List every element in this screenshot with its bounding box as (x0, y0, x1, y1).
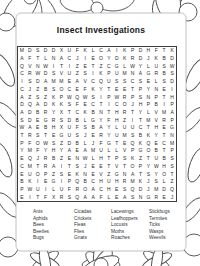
grid-cell: K (168, 47, 176, 55)
grid-cell: E (42, 178, 50, 186)
grid-cell: P (18, 139, 26, 147)
grid-cell: Q (73, 93, 81, 101)
grid-cell: L (89, 47, 97, 55)
grid-cell: R (26, 70, 34, 78)
grid-cell: E (121, 139, 129, 147)
grid-cell: H (50, 147, 58, 155)
grid-cell: H (97, 155, 105, 163)
grid-cell: S (144, 170, 152, 178)
grid-cell: Z (73, 62, 81, 70)
grid-cell: Y (152, 132, 160, 140)
grid-cell: Q (144, 139, 152, 147)
grid-cell: Z (34, 85, 42, 93)
grid-cell: R (73, 186, 81, 194)
grid-cell: O (58, 85, 66, 93)
grid-cell: S (50, 70, 58, 78)
grid-cell: W (168, 62, 176, 70)
grid-cell: D (65, 139, 73, 147)
grid-cell: M (129, 178, 137, 186)
grid-cell: K (50, 93, 58, 101)
grid-cell: W (81, 93, 89, 101)
grid-cell: A (97, 124, 105, 132)
grid-cell: E (81, 101, 89, 109)
grid-cell: X (58, 109, 66, 117)
grid-cell: W (18, 124, 26, 132)
word-list-item: Flies (74, 229, 111, 236)
grid-cell: O (121, 101, 129, 109)
grid-cell: T (58, 62, 66, 70)
grid-cell: F (73, 124, 81, 132)
grid-cell: E (73, 147, 81, 155)
grid-cell: U (152, 62, 160, 70)
grid-cell: W (81, 155, 89, 163)
grid-cell: F (97, 139, 105, 147)
grid-cell: B (160, 70, 168, 78)
grid-cell: N (129, 70, 137, 78)
grid-cell: E (18, 155, 26, 163)
grid-cell: K (73, 170, 81, 178)
grid-cell: P (42, 170, 50, 178)
grid-cell: R (42, 109, 50, 117)
grid-cell: A (34, 101, 42, 109)
grid-cell: Z (137, 155, 145, 163)
grid-cell: I (42, 186, 50, 194)
grid-cell: O (144, 147, 152, 155)
grid-cell: T (160, 147, 168, 155)
grid-cell: F (65, 186, 73, 194)
grid-cell: R (121, 109, 129, 117)
grid-cell: Q (18, 62, 26, 70)
grid-cell: R (121, 93, 129, 101)
grid-cell: Y (137, 109, 145, 117)
grid-cell: P (152, 93, 160, 101)
grid-cell: C (89, 178, 97, 186)
grid-cell: W (42, 62, 50, 70)
grid-cell: L (105, 147, 113, 155)
grid-cell: R (152, 70, 160, 78)
grid-cell: A (137, 70, 145, 78)
grid-cell: O (34, 139, 42, 147)
grid-cell: U (97, 147, 105, 155)
word-list-item: Ants (33, 209, 74, 216)
grid-cell: T (137, 170, 145, 178)
grid-cell: G (42, 116, 50, 124)
grid-cell: M (50, 78, 58, 86)
grid-cell: S (160, 62, 168, 70)
grid-cell: O (97, 55, 105, 63)
grid-cell: C (73, 109, 81, 117)
grid-cell: E (50, 132, 58, 140)
grid-cell: F (105, 116, 113, 124)
grid-cell: M (121, 132, 129, 140)
grid-cell: R (42, 155, 50, 163)
grid-cell: L (113, 124, 121, 132)
word-list-column: AntsAphidsBeesBeetlesBugs (33, 209, 74, 242)
grid-cell: Y (152, 170, 160, 178)
grid-cell: Y (97, 85, 105, 93)
grid-cell: I (113, 47, 121, 55)
grid-cell: A (65, 147, 73, 155)
grid-cell: H (137, 101, 145, 109)
grid-cell: N (81, 170, 89, 178)
grid-cell: C (65, 85, 73, 93)
grid-cell: U (105, 78, 113, 86)
grid-cell: I (129, 116, 137, 124)
grid-cell: S (121, 155, 129, 163)
grid-cell: C (18, 70, 26, 78)
grid-cell: Z (168, 178, 176, 186)
grid-cell: H (113, 116, 121, 124)
grid-cell: M (89, 147, 97, 155)
grid-cell: C (97, 47, 105, 55)
grid-cell: C (129, 78, 137, 86)
grid-cell: F (42, 193, 50, 201)
grid-cell: Y (137, 62, 145, 70)
grid-cell: D (34, 78, 42, 86)
grid-cell: O (81, 186, 89, 194)
grid-cell: G (105, 139, 113, 147)
grid-cell: U (152, 155, 160, 163)
grid-cell: Y (58, 147, 66, 155)
grid-cell: A (121, 193, 129, 201)
grid-cell: T (105, 109, 113, 117)
grid-cell: X (58, 47, 66, 55)
grid-cell: U (105, 178, 113, 186)
grid-cell: T (121, 162, 129, 170)
grid-cell: E (65, 78, 73, 86)
grid-cell: J (129, 101, 137, 109)
grid-cell: M (160, 109, 168, 117)
grid-cell: G (58, 132, 66, 140)
grid-cell: D (42, 101, 50, 109)
word-list-item: Bees (33, 222, 74, 229)
grid-cell: B (42, 124, 50, 132)
grid-cell: E (89, 170, 97, 178)
grid-cell: S (18, 116, 26, 124)
grid-cell: T (160, 47, 168, 55)
grid-cell: N (152, 85, 160, 93)
grid-cell: P (144, 101, 152, 109)
grid-cell: I (160, 101, 168, 109)
grid-cell: P (65, 178, 73, 186)
grid-cell: N (137, 193, 145, 201)
word-list-item: Lacewings (111, 209, 149, 216)
grid-cell: I (50, 62, 58, 70)
grid-cell: A (105, 47, 113, 55)
grid-cell: F (97, 193, 105, 201)
grid-cell: S (137, 93, 145, 101)
grid-cell: L (50, 186, 58, 194)
grid-cell: H (168, 93, 176, 101)
grid-cell: Q (97, 78, 105, 86)
grid-cell: N (97, 109, 105, 117)
grid-cell: R (58, 193, 66, 201)
grid-cell: C (18, 85, 26, 93)
grid-cell: S (73, 162, 81, 170)
grid-cell: H (105, 186, 113, 194)
word-list-item: Locusts (111, 222, 149, 229)
grid-cell: J (73, 55, 81, 63)
grid-cell: P (168, 116, 176, 124)
grid-cell: Q (129, 139, 137, 147)
grid-cell: Y (42, 147, 50, 155)
grid-cell: G (89, 116, 97, 124)
grid-cell: T (160, 93, 168, 101)
grid-cell: J (168, 193, 176, 201)
grid-cell: U (65, 124, 73, 132)
grid-cell: D (42, 70, 50, 78)
grid-cell: B (50, 155, 58, 163)
grid-cell: N (121, 170, 129, 178)
grid-cell: W (113, 93, 121, 101)
grid-cell: L (152, 78, 160, 86)
grid-cell: E (160, 85, 168, 93)
grid-cell: S (58, 116, 66, 124)
grid-cell: J (144, 178, 152, 186)
grid-cell: E (89, 132, 97, 140)
grid-cell: D (65, 116, 73, 124)
grid-cell: J (89, 139, 97, 147)
grid-cell: Q (129, 186, 137, 194)
grid-cell: L (81, 116, 89, 124)
word-search-grid: MDSDDXUFKLCAIKPDHFTKAFTLNACJIEOYDKRDJKBD… (17, 46, 177, 202)
page-title: Insect Investigations (16, 25, 186, 35)
grid-cell: J (144, 186, 152, 194)
grid-cell: B (42, 85, 50, 93)
word-list-column: CicadasCricketsFleasFliesGnats (74, 209, 111, 242)
grid-cell: E (144, 78, 152, 86)
grid-cell: I (89, 70, 97, 78)
grid-cell: D (26, 47, 34, 55)
grid-cell: U (26, 170, 34, 178)
grid-cell: G (144, 70, 152, 78)
grid-cell: K (137, 139, 145, 147)
grid-cell: V (58, 70, 66, 78)
grid-cell: O (34, 170, 42, 178)
grid-cell: B (81, 178, 89, 186)
grid-cell: T (105, 85, 113, 93)
grid-cell: E (18, 170, 26, 178)
grid-cell: Y (105, 132, 113, 140)
grid-cell: D (42, 47, 50, 55)
grid-cell: P (105, 70, 113, 78)
grid-cell: G (144, 193, 152, 201)
grid-cell: K (121, 47, 129, 55)
grid-cell: R (97, 132, 105, 140)
word-list-item: Fleas (74, 222, 111, 229)
grid-cell: S (129, 193, 137, 201)
grid-cell: K (26, 178, 34, 186)
grid-cell: T (168, 170, 176, 178)
grid-cell: C (137, 124, 145, 132)
grid-cell: L (113, 147, 121, 155)
grid-cell: F (152, 47, 160, 55)
grid-cell: F (26, 55, 34, 63)
word-list-item: Wasps (149, 229, 185, 236)
grid-cell: E (152, 139, 160, 147)
grid-cell: G (168, 124, 176, 132)
grid-cell: Y (105, 55, 113, 63)
grid-cell: L (144, 109, 152, 117)
grid-cell: U (65, 47, 73, 55)
grid-cell: B (152, 147, 160, 155)
grid-cell: S (34, 93, 42, 101)
grid-cell: T (129, 109, 137, 117)
grid-cell: Q (26, 155, 34, 163)
grid-cell: E (34, 124, 42, 132)
grid-cell: A (81, 147, 89, 155)
grid-cell: T (65, 109, 73, 117)
grid-cell: R (26, 132, 34, 140)
grid-cell: R (50, 116, 58, 124)
grid-cell: K (81, 47, 89, 55)
grid-cell: S (113, 78, 121, 86)
grid-cell: T (105, 155, 113, 163)
grid-cell: T (89, 62, 97, 70)
grid-cell: B (18, 178, 26, 186)
grid-cell: E (73, 85, 81, 93)
grid-cell: E (65, 170, 73, 178)
grid-cell: Q (168, 186, 176, 194)
grid-cell: P (58, 93, 66, 101)
grid-cell: K (81, 109, 89, 117)
grid-cell: T (160, 132, 168, 140)
grid-cell: I (105, 101, 113, 109)
grid-cell: A (42, 78, 50, 86)
grid-cell: L (105, 193, 113, 201)
grid-cell: L (144, 62, 152, 70)
grid-cell: E (121, 85, 129, 93)
grid-cell: S (152, 178, 160, 186)
grid-cell: P (168, 147, 176, 155)
grid-cell: S (65, 101, 73, 109)
grid-cell: D (168, 55, 176, 63)
grid-cell: D (137, 55, 145, 63)
grid-cell: K (129, 155, 137, 163)
grid-cell: E (89, 55, 97, 63)
word-list-column: LacewingsLeafhoppersLocustsMothsRoaches (111, 209, 149, 242)
grid-cell: U (58, 186, 66, 194)
grid-cell: W (65, 93, 73, 101)
grid-cell: D (113, 55, 121, 63)
grid-cell: L (42, 55, 50, 63)
grid-cell: K (89, 85, 97, 93)
grid-cell: A (73, 78, 81, 86)
grid-cell: D (50, 47, 58, 55)
grid-cell: U (113, 70, 121, 78)
grid-cell: R (129, 55, 137, 63)
grid-cell: E (113, 85, 121, 93)
grid-cell: K (97, 70, 105, 78)
word-list-item: Gnats (74, 235, 111, 242)
grid-cell: F (73, 47, 81, 55)
grid-cell: I (26, 193, 34, 201)
grid-cell: A (50, 162, 58, 170)
grid-cell: P (113, 155, 121, 163)
grid-cell: I (18, 78, 26, 86)
grid-cell: A (89, 186, 97, 194)
grid-cell: P (105, 93, 113, 101)
grid-cell: D (160, 186, 168, 194)
grid-cell: A (18, 55, 26, 63)
grid-cell: R (42, 162, 50, 170)
grid-cell: V (121, 147, 129, 155)
grid-cell: X (50, 193, 58, 201)
grid-cell: P (129, 47, 137, 55)
grid-cell: W (34, 70, 42, 78)
grid-cell: C (105, 62, 113, 70)
grid-cell: K (121, 55, 129, 63)
grid-cell: F (73, 101, 81, 109)
grid-cell: M (26, 162, 34, 170)
grid-cell: H (97, 178, 105, 186)
grid-cell: A (89, 193, 97, 201)
grid-cell: B (89, 109, 97, 117)
grid-cell: Z (26, 93, 34, 101)
grid-cell: V (152, 109, 160, 117)
grid-cell: I (65, 62, 73, 70)
grid-cell: E (18, 193, 26, 201)
grid-cell: W (152, 162, 160, 170)
grid-cell: C (97, 186, 105, 194)
grid-cell: A (18, 109, 26, 117)
grid-cell: G (113, 62, 121, 70)
grid-cell: Y (144, 162, 152, 170)
word-list-item: Leafhoppers (111, 216, 149, 223)
word-list: AntsAphidsBeesBeetlesBugs CicadasCricket… (33, 209, 185, 242)
grid-cell: K (137, 178, 145, 186)
grid-cell: H (113, 178, 121, 186)
grid-cell: B (160, 155, 168, 163)
grid-cell: E (97, 162, 105, 170)
word-list-item: Weevils (149, 235, 185, 242)
grid-cell: T (42, 132, 50, 140)
grid-cell: T (34, 55, 42, 63)
grid-cell: C (18, 162, 26, 170)
grid-cell: C (65, 55, 73, 63)
grid-cell: J (144, 55, 152, 63)
grid-cell: U (129, 124, 137, 132)
grid-cell: C (113, 101, 121, 109)
grid-cell: M (144, 116, 152, 124)
grid-cell: S (121, 186, 129, 194)
grid-cell: E (160, 124, 168, 132)
grid-cell: H (160, 162, 168, 170)
grid-cell: W (26, 186, 34, 194)
grid-cell: T (113, 139, 121, 147)
grid-cell: I (58, 162, 66, 170)
grid-cell: E (81, 62, 89, 70)
grid-cell: C (89, 78, 97, 86)
grid-cell: T (129, 85, 137, 93)
grid-cell: U (65, 132, 73, 140)
grid-cell: G (137, 147, 145, 155)
grid-cell: V (97, 170, 105, 178)
grid-cell: V (81, 78, 89, 86)
grid-cell: C (89, 101, 97, 109)
grid-cell: B (89, 124, 97, 132)
grid-cell: H (50, 124, 58, 132)
grid-cell: G (50, 178, 58, 186)
grid-cell: I (58, 178, 66, 186)
grid-cell: H (144, 47, 152, 55)
grid-cell: Q (26, 101, 34, 109)
grid-cell: X (58, 124, 66, 132)
grid-cell: Z (50, 170, 58, 178)
grid-cell: K (50, 101, 58, 109)
grid-cell: A (18, 93, 26, 101)
grid-cell: W (42, 139, 50, 147)
